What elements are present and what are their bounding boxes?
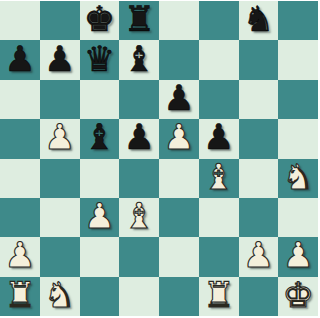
square-e8[interactable]	[159, 1, 199, 40]
square-g5[interactable]	[239, 119, 279, 158]
square-f4[interactable]: ♝	[199, 159, 239, 198]
square-a3[interactable]	[0, 198, 40, 237]
black-pawn: ♟	[44, 42, 75, 77]
black-bishop: ♝	[84, 120, 115, 155]
square-d4[interactable]	[119, 159, 159, 198]
square-b7[interactable]: ♟	[40, 40, 80, 79]
square-b1[interactable]: ♞	[40, 277, 80, 316]
square-e5[interactable]: ♟	[159, 119, 199, 158]
white-knight: ♞	[282, 160, 313, 195]
square-e4[interactable]	[159, 159, 199, 198]
chess-diagram: ♚♜♞♟♟♛♝♟♟♝♟♟♟♝♞♟♝♟♟♟♜♞♜♚	[0, 0, 320, 318]
square-a1[interactable]: ♜	[0, 277, 40, 316]
square-f7[interactable]	[199, 40, 239, 79]
white-bishop: ♝	[123, 199, 154, 234]
white-pawn: ♟	[44, 120, 75, 155]
square-f1[interactable]: ♜	[199, 277, 239, 316]
black-rook: ♜	[123, 2, 154, 37]
square-g3[interactable]	[239, 198, 279, 237]
square-a5[interactable]	[0, 119, 40, 158]
square-h6[interactable]	[278, 80, 318, 119]
square-a7[interactable]: ♟	[0, 40, 40, 79]
square-d3[interactable]: ♝	[119, 198, 159, 237]
square-c4[interactable]	[80, 159, 120, 198]
white-pawn: ♟	[4, 238, 35, 273]
square-c8[interactable]: ♚	[80, 1, 120, 40]
square-g1[interactable]	[239, 277, 279, 316]
black-queen: ♛	[84, 42, 115, 77]
square-a6[interactable]	[0, 80, 40, 119]
square-h8[interactable]	[278, 1, 318, 40]
square-g2[interactable]: ♟	[239, 237, 279, 276]
square-g4[interactable]	[239, 159, 279, 198]
white-rook: ♜	[203, 278, 234, 313]
square-f3[interactable]	[199, 198, 239, 237]
white-pawn: ♟	[163, 120, 194, 155]
square-f8[interactable]	[199, 1, 239, 40]
white-rook: ♜	[4, 278, 35, 313]
square-h4[interactable]: ♞	[278, 159, 318, 198]
square-d5[interactable]: ♟	[119, 119, 159, 158]
square-h7[interactable]	[278, 40, 318, 79]
square-f5[interactable]: ♟	[199, 119, 239, 158]
square-a4[interactable]	[0, 159, 40, 198]
square-b3[interactable]	[40, 198, 80, 237]
square-b6[interactable]	[40, 80, 80, 119]
white-pawn: ♟	[84, 199, 115, 234]
white-pawn: ♟	[243, 238, 274, 273]
square-d7[interactable]: ♝	[119, 40, 159, 79]
black-bishop: ♝	[123, 42, 154, 77]
square-g8[interactable]: ♞	[239, 1, 279, 40]
square-a8[interactable]	[0, 1, 40, 40]
square-d8[interactable]: ♜	[119, 1, 159, 40]
black-pawn: ♟	[163, 81, 194, 116]
white-bishop: ♝	[203, 160, 234, 195]
white-pawn: ♟	[282, 238, 313, 273]
black-pawn: ♟	[4, 42, 35, 77]
square-c1[interactable]	[80, 277, 120, 316]
square-f2[interactable]	[199, 237, 239, 276]
square-h5[interactable]	[278, 119, 318, 158]
square-d1[interactable]	[119, 277, 159, 316]
square-c6[interactable]	[80, 80, 120, 119]
white-knight: ♞	[44, 278, 75, 313]
square-e7[interactable]	[159, 40, 199, 79]
black-pawn: ♟	[203, 120, 234, 155]
square-e1[interactable]	[159, 277, 199, 316]
square-c5[interactable]: ♝	[80, 119, 120, 158]
square-e3[interactable]	[159, 198, 199, 237]
square-b4[interactable]	[40, 159, 80, 198]
square-f6[interactable]	[199, 80, 239, 119]
square-g7[interactable]	[239, 40, 279, 79]
square-e6[interactable]: ♟	[159, 80, 199, 119]
black-knight: ♞	[243, 2, 274, 37]
square-d6[interactable]	[119, 80, 159, 119]
square-b8[interactable]	[40, 1, 80, 40]
square-d2[interactable]	[119, 237, 159, 276]
square-e2[interactable]	[159, 237, 199, 276]
square-c3[interactable]: ♟	[80, 198, 120, 237]
black-king: ♚	[84, 2, 115, 37]
square-g6[interactable]	[239, 80, 279, 119]
white-king: ♚	[282, 278, 313, 313]
square-h1[interactable]: ♚	[278, 277, 318, 316]
chess-board: ♚♜♞♟♟♛♝♟♟♝♟♟♟♝♞♟♝♟♟♟♜♞♜♚	[0, 1, 318, 316]
square-c2[interactable]	[80, 237, 120, 276]
square-h2[interactable]: ♟	[278, 237, 318, 276]
square-c7[interactable]: ♛	[80, 40, 120, 79]
black-pawn: ♟	[123, 120, 154, 155]
square-b5[interactable]: ♟	[40, 119, 80, 158]
square-b2[interactable]	[40, 237, 80, 276]
square-a2[interactable]: ♟	[0, 237, 40, 276]
square-h3[interactable]	[278, 198, 318, 237]
